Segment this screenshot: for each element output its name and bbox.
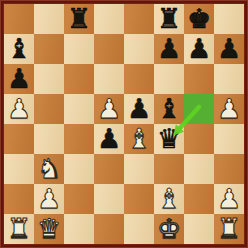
- square-e1[interactable]: [124, 214, 154, 244]
- piece-white-bishop-e4[interactable]: ♝: [127, 124, 151, 154]
- square-f6[interactable]: [154, 64, 184, 94]
- square-g4[interactable]: [184, 124, 214, 154]
- square-b3[interactable]: ♞: [34, 154, 64, 184]
- square-d1[interactable]: [94, 214, 124, 244]
- square-d8[interactable]: [94, 4, 124, 34]
- square-f2[interactable]: ♝: [154, 184, 184, 214]
- piece-white-pawn-b2[interactable]: ♟: [37, 184, 61, 214]
- square-c7[interactable]: [64, 34, 94, 64]
- square-g3[interactable]: [184, 154, 214, 184]
- square-h8[interactable]: [214, 4, 244, 34]
- square-c3[interactable]: [64, 154, 94, 184]
- square-f7[interactable]: ♟: [154, 34, 184, 64]
- square-e2[interactable]: [124, 184, 154, 214]
- square-h7[interactable]: ♟: [214, 34, 244, 64]
- piece-black-bishop-a7[interactable]: ♝: [7, 34, 31, 64]
- piece-black-pawn-h7[interactable]: ♟: [217, 34, 241, 64]
- chess-board-frame: ♜♜♚♝♟♟♟♟♟♟♟♝♟♟♝♛♞♟♝♟♜♛♚♜: [0, 0, 248, 248]
- piece-black-rook-c8[interactable]: ♜: [67, 4, 91, 34]
- square-a1[interactable]: ♜: [4, 214, 34, 244]
- piece-white-pawn-h5[interactable]: ♟: [217, 94, 241, 124]
- square-e4[interactable]: ♝: [124, 124, 154, 154]
- square-e8[interactable]: [124, 4, 154, 34]
- piece-black-king-g8[interactable]: ♚: [187, 4, 211, 34]
- square-d4[interactable]: ♟: [94, 124, 124, 154]
- square-g1[interactable]: [184, 214, 214, 244]
- square-e7[interactable]: [124, 34, 154, 64]
- piece-white-rook-h1[interactable]: ♜: [217, 214, 241, 244]
- piece-black-queen-f4[interactable]: ♛: [157, 124, 181, 154]
- piece-black-pawn-g7[interactable]: ♟: [187, 34, 211, 64]
- square-e3[interactable]: [124, 154, 154, 184]
- square-c8[interactable]: ♜: [64, 4, 94, 34]
- piece-white-pawn-a5[interactable]: ♟: [7, 94, 31, 124]
- square-a7[interactable]: ♝: [4, 34, 34, 64]
- square-a5[interactable]: ♟: [4, 94, 34, 124]
- square-c4[interactable]: [64, 124, 94, 154]
- piece-black-bishop-f5[interactable]: ♝: [157, 94, 181, 124]
- piece-white-king-f1[interactable]: ♚: [157, 214, 181, 244]
- square-g7[interactable]: ♟: [184, 34, 214, 64]
- square-c6[interactable]: [64, 64, 94, 94]
- square-a4[interactable]: [4, 124, 34, 154]
- square-d6[interactable]: [94, 64, 124, 94]
- square-a3[interactable]: [4, 154, 34, 184]
- square-d7[interactable]: [94, 34, 124, 64]
- square-h6[interactable]: [214, 64, 244, 94]
- square-f1[interactable]: ♚: [154, 214, 184, 244]
- square-b7[interactable]: [34, 34, 64, 64]
- square-f3[interactable]: [154, 154, 184, 184]
- square-e6[interactable]: [124, 64, 154, 94]
- piece-black-pawn-f7[interactable]: ♟: [157, 34, 181, 64]
- square-g5[interactable]: [184, 94, 214, 124]
- square-f5[interactable]: ♝: [154, 94, 184, 124]
- piece-white-queen-b1[interactable]: ♛: [37, 214, 61, 244]
- square-a8[interactable]: [4, 4, 34, 34]
- square-b1[interactable]: ♛: [34, 214, 64, 244]
- square-c1[interactable]: [64, 214, 94, 244]
- square-b5[interactable]: [34, 94, 64, 124]
- piece-white-rook-a1[interactable]: ♜: [7, 214, 31, 244]
- piece-white-pawn-d5[interactable]: ♟: [97, 94, 121, 124]
- piece-black-pawn-d4[interactable]: ♟: [97, 124, 121, 154]
- square-h4[interactable]: [214, 124, 244, 154]
- square-d2[interactable]: [94, 184, 124, 214]
- square-h5[interactable]: ♟: [214, 94, 244, 124]
- square-c2[interactable]: [64, 184, 94, 214]
- square-a2[interactable]: [4, 184, 34, 214]
- square-d5[interactable]: ♟: [94, 94, 124, 124]
- square-d3[interactable]: [94, 154, 124, 184]
- chess-board: ♜♜♚♝♟♟♟♟♟♟♟♝♟♟♝♛♞♟♝♟♜♛♚♜: [4, 4, 244, 244]
- square-h1[interactable]: ♜: [214, 214, 244, 244]
- square-b6[interactable]: [34, 64, 64, 94]
- square-e5[interactable]: ♟: [124, 94, 154, 124]
- square-f8[interactable]: ♜: [154, 4, 184, 34]
- square-g6[interactable]: [184, 64, 214, 94]
- square-g8[interactable]: ♚: [184, 4, 214, 34]
- piece-white-bishop-f2[interactable]: ♝: [157, 184, 181, 214]
- square-b8[interactable]: [34, 4, 64, 34]
- square-c5[interactable]: [64, 94, 94, 124]
- piece-black-pawn-a6[interactable]: ♟: [7, 64, 31, 94]
- square-b4[interactable]: [34, 124, 64, 154]
- square-g2[interactable]: [184, 184, 214, 214]
- piece-black-rook-f8[interactable]: ♜: [157, 4, 181, 34]
- square-h3[interactable]: [214, 154, 244, 184]
- piece-white-knight-b3[interactable]: ♞: [37, 154, 61, 184]
- square-b2[interactable]: ♟: [34, 184, 64, 214]
- piece-black-pawn-e5[interactable]: ♟: [127, 94, 151, 124]
- square-a6[interactable]: ♟: [4, 64, 34, 94]
- piece-white-pawn-h2[interactable]: ♟: [217, 184, 241, 214]
- square-f4[interactable]: ♛: [154, 124, 184, 154]
- square-h2[interactable]: ♟: [214, 184, 244, 214]
